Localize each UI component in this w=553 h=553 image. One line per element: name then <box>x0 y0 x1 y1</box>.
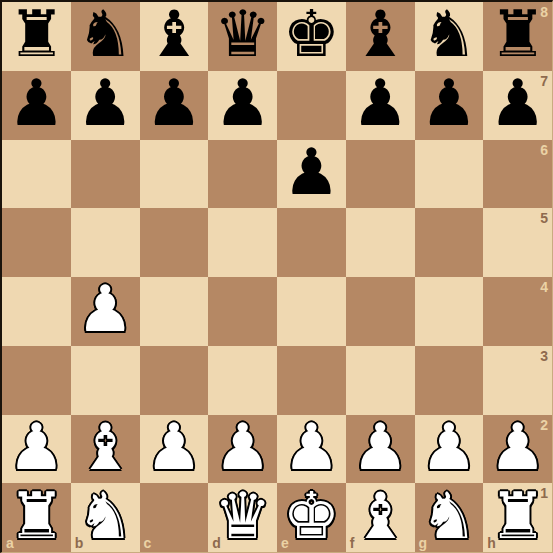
square-f7[interactable]: ♟ <box>346 71 415 140</box>
piece-black-king[interactable]: ♚ <box>283 2 340 66</box>
piece-white-pawn[interactable]: ♟ <box>420 415 477 479</box>
piece-black-queen[interactable]: ♛ <box>214 2 271 66</box>
rank-label-1: 1 <box>540 486 548 500</box>
square-b3[interactable] <box>71 346 140 415</box>
square-b5[interactable] <box>71 208 140 277</box>
piece-black-pawn[interactable]: ♟ <box>8 71 65 135</box>
square-d8[interactable]: ♛ <box>208 2 277 71</box>
piece-black-knight[interactable]: ♞ <box>420 2 477 66</box>
file-label-f: f <box>350 536 355 550</box>
square-h6[interactable]: 6 <box>483 140 552 209</box>
square-e3[interactable] <box>277 346 346 415</box>
square-e5[interactable] <box>277 208 346 277</box>
square-d2[interactable]: ♟ <box>208 415 277 484</box>
square-a6[interactable] <box>2 140 71 209</box>
piece-black-bishop[interactable]: ♝ <box>351 2 408 66</box>
square-e4[interactable] <box>277 277 346 346</box>
square-b2[interactable]: ♝ <box>71 415 140 484</box>
square-f5[interactable] <box>346 208 415 277</box>
square-c7[interactable]: ♟ <box>140 71 209 140</box>
square-e2[interactable]: ♟ <box>277 415 346 484</box>
square-g6[interactable] <box>415 140 484 209</box>
square-e6[interactable]: ♟ <box>277 140 346 209</box>
square-f4[interactable] <box>346 277 415 346</box>
square-d4[interactable] <box>208 277 277 346</box>
square-e8[interactable]: ♚ <box>277 2 346 71</box>
square-f6[interactable] <box>346 140 415 209</box>
square-g5[interactable] <box>415 208 484 277</box>
rank-label-6: 6 <box>540 143 548 157</box>
square-b8[interactable]: ♞ <box>71 2 140 71</box>
square-c5[interactable] <box>140 208 209 277</box>
rank-label-8: 8 <box>540 5 548 19</box>
piece-white-king[interactable]: ♚ <box>283 484 340 548</box>
square-g3[interactable] <box>415 346 484 415</box>
piece-white-queen[interactable]: ♛ <box>214 484 271 548</box>
piece-black-pawn[interactable]: ♟ <box>283 140 340 204</box>
rank-label-3: 3 <box>540 349 548 363</box>
square-c4[interactable] <box>140 277 209 346</box>
square-h3[interactable]: 3 <box>483 346 552 415</box>
file-label-e: e <box>281 536 289 550</box>
square-f3[interactable] <box>346 346 415 415</box>
piece-white-pawn[interactable]: ♟ <box>351 415 408 479</box>
file-label-b: b <box>75 536 84 550</box>
piece-black-rook[interactable]: ♜ <box>8 2 65 66</box>
square-b7[interactable]: ♟ <box>71 71 140 140</box>
piece-black-pawn[interactable]: ♟ <box>420 71 477 135</box>
square-a4[interactable] <box>2 277 71 346</box>
square-d5[interactable] <box>208 208 277 277</box>
square-g8[interactable]: ♞ <box>415 2 484 71</box>
square-h8[interactable]: ♜8 <box>483 2 552 71</box>
square-a3[interactable] <box>2 346 71 415</box>
square-h5[interactable]: 5 <box>483 208 552 277</box>
chess-board: ♜♞♝♛♚♝♞♜8♟♟♟♟♟♟♟7♟65♟43♟♝♟♟♟♟♟♟2♜a♞bc♛d♚… <box>0 0 553 553</box>
square-g1[interactable]: ♞g <box>415 483 484 552</box>
file-label-g: g <box>419 536 428 550</box>
piece-white-pawn[interactable]: ♟ <box>489 415 546 479</box>
piece-white-pawn[interactable]: ♟ <box>214 415 271 479</box>
piece-white-pawn[interactable]: ♟ <box>8 415 65 479</box>
square-h7[interactable]: ♟7 <box>483 71 552 140</box>
square-h1[interactable]: ♜1h <box>483 483 552 552</box>
square-d1[interactable]: ♛d <box>208 483 277 552</box>
square-e1[interactable]: ♚e <box>277 483 346 552</box>
piece-black-rook[interactable]: ♜ <box>489 2 546 66</box>
square-c1[interactable]: c <box>140 483 209 552</box>
square-d3[interactable] <box>208 346 277 415</box>
square-c2[interactable]: ♟ <box>140 415 209 484</box>
square-e7[interactable] <box>277 71 346 140</box>
square-f8[interactable]: ♝ <box>346 2 415 71</box>
file-label-d: d <box>212 536 221 550</box>
square-f2[interactable]: ♟ <box>346 415 415 484</box>
piece-white-pawn[interactable]: ♟ <box>283 415 340 479</box>
piece-black-bishop[interactable]: ♝ <box>145 2 202 66</box>
piece-white-pawn[interactable]: ♟ <box>145 415 202 479</box>
piece-white-bishop[interactable]: ♝ <box>76 415 133 479</box>
square-c8[interactable]: ♝ <box>140 2 209 71</box>
piece-white-rook[interactable]: ♜ <box>8 484 65 548</box>
square-b6[interactable] <box>71 140 140 209</box>
piece-black-knight[interactable]: ♞ <box>76 2 133 66</box>
square-h4[interactable]: 4 <box>483 277 552 346</box>
piece-black-pawn[interactable]: ♟ <box>351 71 408 135</box>
square-a8[interactable]: ♜ <box>2 2 71 71</box>
square-g7[interactable]: ♟ <box>415 71 484 140</box>
square-h2[interactable]: ♟2 <box>483 415 552 484</box>
piece-black-pawn[interactable]: ♟ <box>489 71 546 135</box>
rank-label-5: 5 <box>540 211 548 225</box>
piece-white-rook[interactable]: ♜ <box>489 484 546 548</box>
square-a5[interactable] <box>2 208 71 277</box>
piece-white-knight[interactable]: ♞ <box>420 484 477 548</box>
rank-label-2: 2 <box>540 418 548 432</box>
square-f1[interactable]: ♝f <box>346 483 415 552</box>
piece-white-pawn[interactable]: ♟ <box>76 277 133 341</box>
piece-white-knight[interactable]: ♞ <box>76 484 133 548</box>
rank-label-4: 4 <box>540 280 548 294</box>
piece-black-pawn[interactable]: ♟ <box>214 71 271 135</box>
square-c3[interactable] <box>140 346 209 415</box>
square-g2[interactable]: ♟ <box>415 415 484 484</box>
rank-label-7: 7 <box>540 74 548 88</box>
piece-white-bishop[interactable]: ♝ <box>351 484 408 548</box>
piece-black-pawn[interactable]: ♟ <box>145 71 202 135</box>
square-a7[interactable]: ♟ <box>2 71 71 140</box>
file-label-a: a <box>6 536 14 550</box>
square-a1[interactable]: ♜a <box>2 483 71 552</box>
square-a2[interactable]: ♟ <box>2 415 71 484</box>
square-b1[interactable]: ♞b <box>71 483 140 552</box>
square-d6[interactable] <box>208 140 277 209</box>
square-d7[interactable]: ♟ <box>208 71 277 140</box>
square-g4[interactable] <box>415 277 484 346</box>
piece-black-pawn[interactable]: ♟ <box>76 71 133 135</box>
file-label-c: c <box>144 536 152 550</box>
file-label-h: h <box>487 536 496 550</box>
square-c6[interactable] <box>140 140 209 209</box>
square-b4[interactable]: ♟ <box>71 277 140 346</box>
